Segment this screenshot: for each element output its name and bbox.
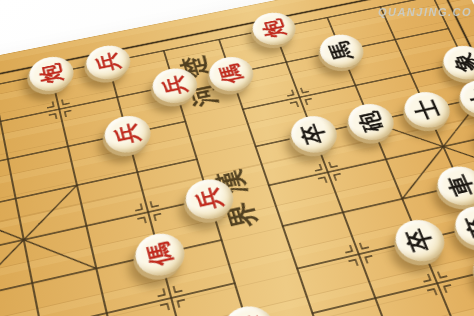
piece-character: 傌 — [216, 62, 246, 85]
piece-character: 兵 — [94, 51, 122, 74]
piece-character: 砲 — [355, 110, 387, 134]
piece-character: 士 — [466, 86, 474, 110]
piece-character: 卒 — [402, 226, 436, 254]
piece-character: 兵 — [193, 185, 225, 212]
piece-character: 兵 — [112, 122, 142, 147]
piece-character: 馬 — [326, 40, 356, 62]
piece-character: 兵 — [160, 74, 189, 97]
piece-character: 傌 — [143, 240, 175, 268]
piece-character: 象 — [449, 51, 474, 74]
piece-character: 卒 — [462, 213, 474, 240]
xiangqi-photo: QUANJING.CO 楚河 漢界 俥相仕帥仕相炮兵兵傌兵兵兵傌炮馬卒馬砲卒士車… — [0, 0, 474, 316]
piece-character: 炮 — [37, 62, 65, 85]
piece-character: 炮 — [259, 18, 288, 40]
piece-character: 卒 — [298, 122, 329, 147]
piece-character: 士 — [411, 98, 443, 122]
watermark: QUANJING.CO — [378, 6, 472, 18]
piece-character: 車 — [444, 172, 474, 198]
xiangqi-board: 楚河 漢界 俥相仕帥仕相炮兵兵傌兵兵兵傌炮馬卒馬砲卒士車卒卒象士將象卒 — [0, 0, 474, 316]
board-grid — [0, 0, 474, 316]
board-scene: 楚河 漢界 俥相仕帥仕相炮兵兵傌兵兵兵傌炮馬卒馬砲卒士車卒卒象士將象卒 — [0, 0, 474, 316]
